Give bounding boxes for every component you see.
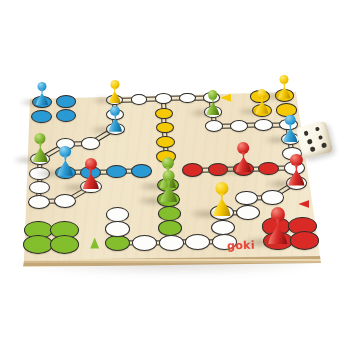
pawn-red[interactable] <box>235 142 251 172</box>
pawn-blue[interactable] <box>108 106 122 132</box>
track-cell[interactable] <box>132 235 157 251</box>
pawn-red[interactable] <box>288 154 305 185</box>
pawn-yellow[interactable] <box>255 89 268 114</box>
track-cell[interactable] <box>105 221 129 237</box>
home-cell-red[interactable] <box>290 231 320 250</box>
track-cell[interactable] <box>156 136 175 148</box>
pawn-body <box>206 98 219 115</box>
home-cell-green[interactable] <box>23 235 53 254</box>
pawn-body <box>82 168 99 189</box>
pawn-yellow[interactable] <box>213 182 231 216</box>
pawn-green[interactable] <box>33 133 48 162</box>
pawn-red[interactable] <box>268 207 288 244</box>
track-cell[interactable] <box>182 163 203 176</box>
track-cell[interactable] <box>236 205 259 220</box>
die-pip <box>315 126 321 132</box>
die-pip <box>318 135 324 141</box>
pawn-blue[interactable] <box>36 82 49 105</box>
pawn-blue[interactable] <box>57 146 73 176</box>
pawn-body <box>288 164 305 185</box>
track-cell[interactable] <box>235 191 258 205</box>
pawn-body <box>108 114 122 132</box>
pawn-yellow[interactable] <box>108 80 121 103</box>
track-cell[interactable] <box>261 190 284 204</box>
track-cell[interactable] <box>155 93 172 104</box>
home-cell-blue[interactable] <box>56 95 76 108</box>
pawn-body <box>57 155 73 175</box>
pawn-body <box>278 83 291 99</box>
pawn-green[interactable] <box>206 90 219 115</box>
pawn-body <box>268 219 288 244</box>
pawn-body <box>33 142 48 161</box>
pawn-body <box>255 97 268 114</box>
pawn-body <box>108 87 121 103</box>
track-cell[interactable] <box>254 119 272 131</box>
track-cell[interactable] <box>131 164 152 177</box>
pawn-body <box>213 193 231 216</box>
home-cell-green[interactable] <box>50 235 80 254</box>
pawn-body <box>235 152 251 172</box>
track-cell[interactable] <box>131 94 148 105</box>
die[interactable] <box>296 121 334 160</box>
track-cell[interactable] <box>230 120 248 132</box>
track-cell[interactable] <box>155 108 173 119</box>
home-cell-blue[interactable] <box>31 110 52 123</box>
pawn-red[interactable] <box>82 158 99 189</box>
pawn-body <box>36 89 49 105</box>
track-cell[interactable] <box>106 165 127 178</box>
pawn-body <box>283 124 298 143</box>
die-pip <box>310 147 316 153</box>
product-photo-scene: goki <box>0 0 340 340</box>
pawn-body <box>160 180 178 202</box>
die-pip <box>303 130 309 136</box>
pawn-blue[interactable] <box>283 115 298 142</box>
die-pip <box>307 139 313 145</box>
track-cell[interactable] <box>159 235 184 251</box>
track-cell[interactable] <box>106 207 129 222</box>
track-cell[interactable] <box>81 137 100 149</box>
die-pip <box>321 142 327 148</box>
pawn-yellow[interactable] <box>278 75 291 98</box>
track-cell[interactable] <box>28 195 51 209</box>
pawn-green[interactable] <box>160 170 178 203</box>
